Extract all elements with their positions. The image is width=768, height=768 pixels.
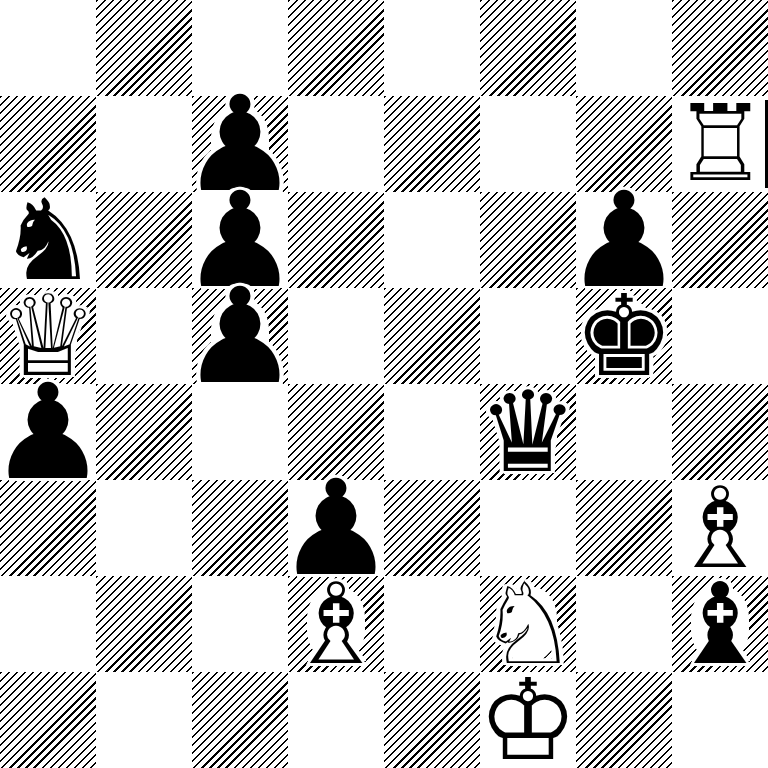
- square-b8[interactable]: [96, 0, 192, 96]
- square-c1[interactable]: [192, 672, 288, 768]
- square-d6[interactable]: [288, 192, 384, 288]
- square-a2[interactable]: [0, 576, 96, 672]
- square-g5[interactable]: ♚: [576, 288, 672, 384]
- square-f6[interactable]: [480, 192, 576, 288]
- square-d7[interactable]: [288, 96, 384, 192]
- square-b2[interactable]: [96, 576, 192, 672]
- square-b5[interactable]: [96, 288, 192, 384]
- square-a1[interactable]: [0, 672, 96, 768]
- square-e7[interactable]: [384, 96, 480, 192]
- piece-white-bishop-d2: ♗: [288, 576, 384, 672]
- piece-white-rook-h7: ♖: [672, 96, 768, 192]
- square-e1[interactable]: [384, 672, 480, 768]
- square-a8[interactable]: [0, 0, 96, 96]
- square-a4[interactable]: ♟: [0, 384, 96, 480]
- square-g3[interactable]: [576, 480, 672, 576]
- square-e5[interactable]: [384, 288, 480, 384]
- square-f8[interactable]: [480, 0, 576, 96]
- chess-board-diagram: ♟♖♞♟♟♕♟♚♟♛♟♗♗♘♝♔: [0, 0, 768, 768]
- square-b7[interactable]: [96, 96, 192, 192]
- piece-black-pawn-a4: ♟: [0, 384, 96, 480]
- square-e6[interactable]: [384, 192, 480, 288]
- piece-black-pawn-c5: ♟: [192, 288, 288, 384]
- chess-board: ♟♖♞♟♟♕♟♚♟♛♟♗♗♘♝♔: [0, 0, 768, 768]
- piece-black-bishop-h2: ♝: [672, 576, 768, 672]
- square-e4[interactable]: [384, 384, 480, 480]
- square-d5[interactable]: [288, 288, 384, 384]
- square-c5[interactable]: ♟: [192, 288, 288, 384]
- square-g8[interactable]: [576, 0, 672, 96]
- piece-black-queen-f4: ♛: [480, 384, 576, 480]
- square-f7[interactable]: [480, 96, 576, 192]
- piece-black-king-g5: ♚: [576, 288, 672, 384]
- square-b1[interactable]: [96, 672, 192, 768]
- square-b3[interactable]: [96, 480, 192, 576]
- square-e8[interactable]: [384, 0, 480, 96]
- square-h6[interactable]: [672, 192, 768, 288]
- square-c3[interactable]: [192, 480, 288, 576]
- piece-white-king-f1: ♔: [480, 672, 576, 768]
- square-b6[interactable]: [96, 192, 192, 288]
- square-g2[interactable]: [576, 576, 672, 672]
- square-f1[interactable]: ♔: [480, 672, 576, 768]
- square-h7[interactable]: ♖: [672, 96, 768, 192]
- square-b4[interactable]: [96, 384, 192, 480]
- square-e2[interactable]: [384, 576, 480, 672]
- square-d8[interactable]: [288, 0, 384, 96]
- square-h5[interactable]: [672, 288, 768, 384]
- square-h2[interactable]: ♝: [672, 576, 768, 672]
- square-e3[interactable]: [384, 480, 480, 576]
- square-d2[interactable]: ♗: [288, 576, 384, 672]
- square-f4[interactable]: ♛: [480, 384, 576, 480]
- square-c2[interactable]: [192, 576, 288, 672]
- square-g1[interactable]: [576, 672, 672, 768]
